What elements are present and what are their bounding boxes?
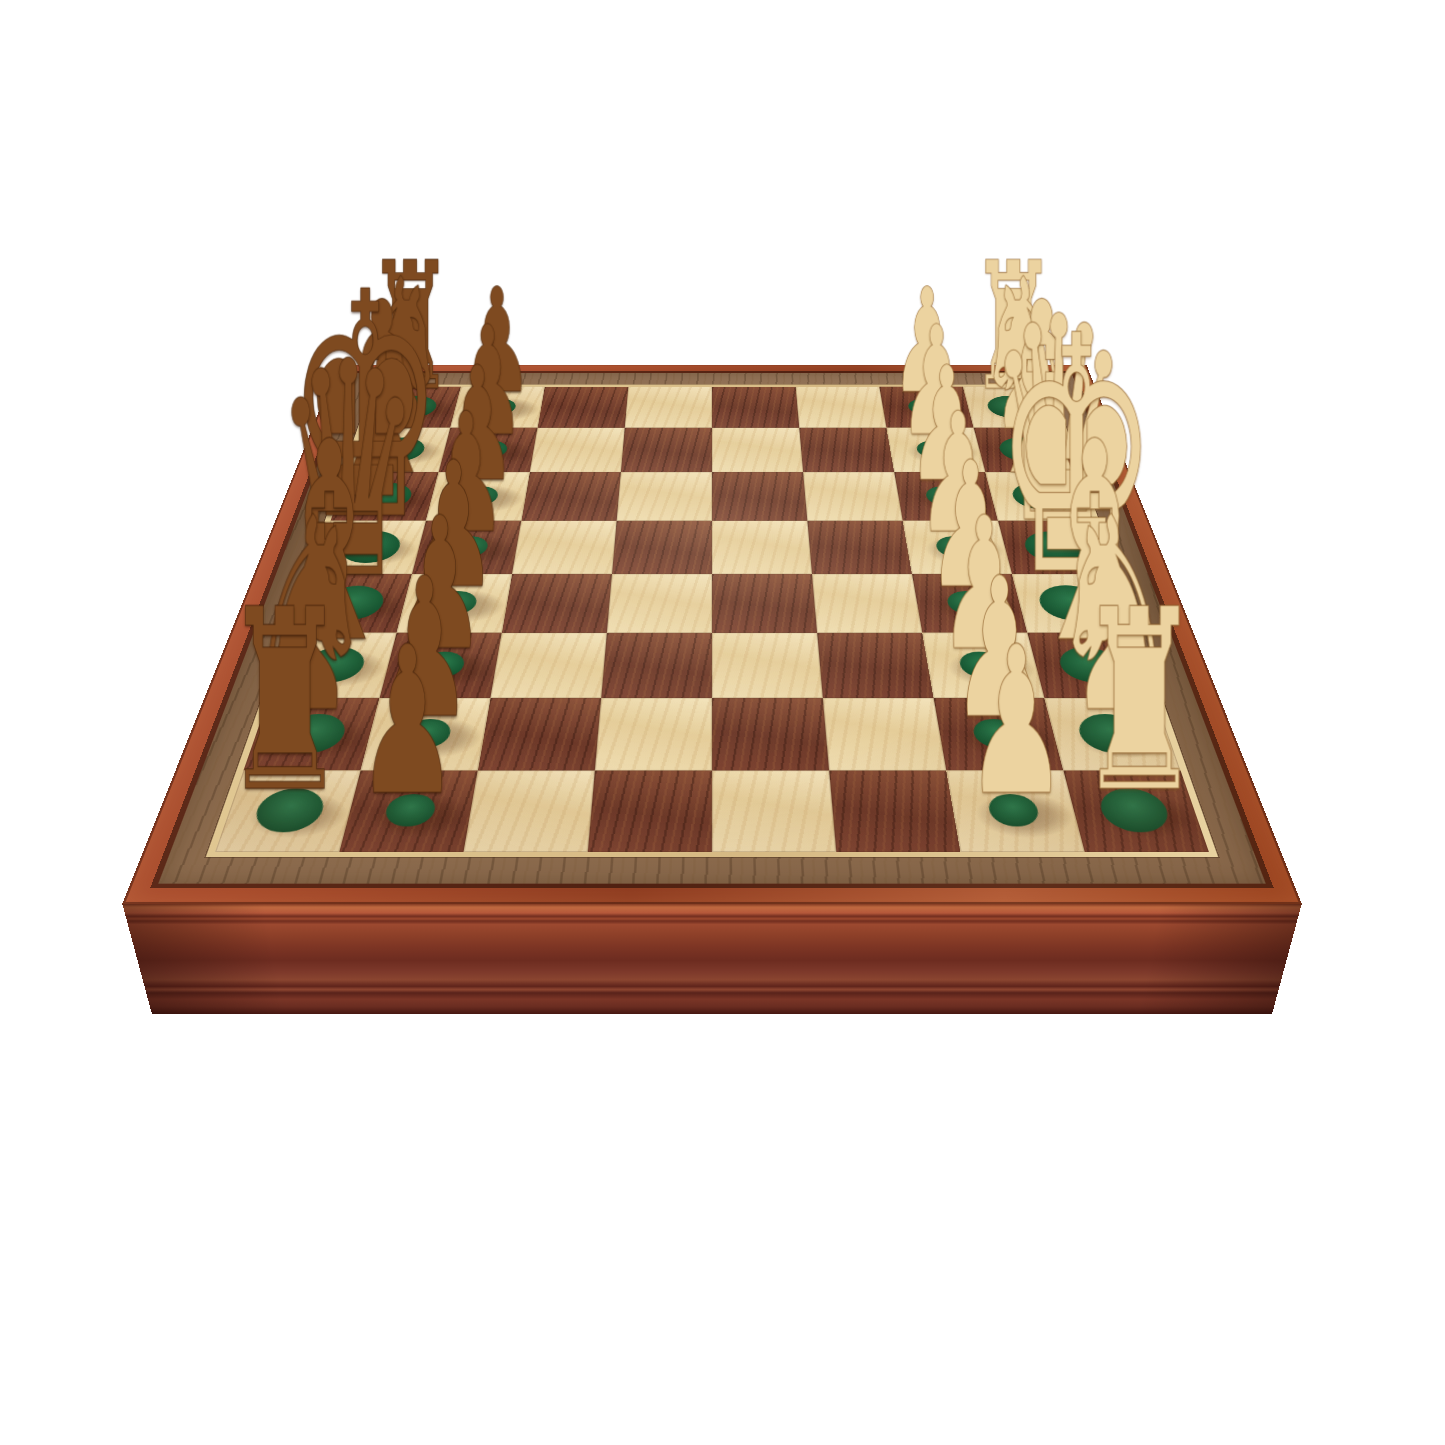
square-r4c3[interactable] xyxy=(607,574,712,633)
square-r6c3[interactable] xyxy=(595,698,712,771)
square-r1c3[interactable] xyxy=(621,428,712,472)
light-pawn-glyph: ♟ xyxy=(965,619,1068,824)
square-r1c2[interactable] xyxy=(530,428,625,472)
square-r1c5[interactable] xyxy=(799,428,894,472)
chess-box: ♜♟♟♜♞♟♟♞♝♟♟♝♚♟♟♛♛♟♟♚♝♟♟♝♞♟♟♞♜♟♟♜ xyxy=(122,365,1301,904)
mahogany-rim: ♜♟♟♜♞♟♟♞♝♟♟♝♚♟♟♛♛♟♟♚♝♟♟♝♞♟♟♞♜♟♟♜ xyxy=(122,365,1301,904)
square-r7c4[interactable] xyxy=(712,771,836,852)
square-r7c0[interactable]: ♜ xyxy=(215,771,361,852)
square-r7c6[interactable]: ♟ xyxy=(946,771,1084,852)
square-r6c5[interactable] xyxy=(823,698,946,771)
square-r2c3[interactable] xyxy=(617,472,712,521)
product-photo-scene: ♜♟♟♜♞♟♟♞♝♟♟♝♚♟♟♛♛♟♟♚♝♟♟♝♞♟♟♞♜♟♟♜ xyxy=(0,0,1445,1445)
square-r3c4[interactable] xyxy=(712,521,812,574)
square-r7c2[interactable] xyxy=(464,771,595,852)
square-r5c2[interactable] xyxy=(490,633,606,698)
square-r4c5[interactable] xyxy=(812,574,922,633)
square-r6c2[interactable] xyxy=(478,698,601,771)
square-r0c3[interactable] xyxy=(625,387,712,428)
square-r5c5[interactable] xyxy=(817,633,933,698)
light-rook-glyph: ♜ xyxy=(1076,577,1202,827)
dark-rook-glyph: ♜ xyxy=(222,577,348,827)
square-r1c4[interactable] xyxy=(712,428,803,472)
square-r5c3[interactable] xyxy=(601,633,712,698)
square-r3c2[interactable] xyxy=(512,521,617,574)
square-r4c4[interactable] xyxy=(712,574,817,633)
square-r2c4[interactable] xyxy=(712,472,807,521)
square-r2c2[interactable] xyxy=(521,472,621,521)
box-front-molding xyxy=(122,904,1301,1014)
square-r5c4[interactable] xyxy=(712,633,823,698)
square-r7c1[interactable]: ♟ xyxy=(339,771,477,852)
square-r4c2[interactable] xyxy=(502,574,612,633)
square-r3c5[interactable] xyxy=(807,521,912,574)
square-r0c2[interactable] xyxy=(538,387,629,428)
square-r0c4[interactable] xyxy=(712,387,799,428)
square-r7c7[interactable]: ♜ xyxy=(1063,771,1209,852)
dark-pawn-glyph: ♟ xyxy=(356,619,459,824)
square-r0c5[interactable] xyxy=(796,387,887,428)
square-r7c3[interactable] xyxy=(588,771,712,852)
square-r3c3[interactable] xyxy=(612,521,712,574)
square-r6c4[interactable] xyxy=(712,698,829,771)
chess-board-grid: ♜♟♟♜♞♟♟♞♝♟♟♝♚♟♟♛♛♟♟♚♝♟♟♝♞♟♟♞♜♟♟♜ xyxy=(215,387,1209,852)
walnut-border: ♜♟♟♜♞♟♟♞♝♟♟♝♚♟♟♛♛♟♟♚♝♟♟♝♞♟♟♞♜♟♟♜ xyxy=(158,373,1265,884)
maple-fillet: ♜♟♟♜♞♟♟♞♝♟♟♝♚♟♟♛♛♟♟♚♝♟♟♝♞♟♟♞♜♟♟♜ xyxy=(206,384,1218,857)
square-r2c5[interactable] xyxy=(803,472,903,521)
square-r7c5[interactable] xyxy=(829,771,960,852)
